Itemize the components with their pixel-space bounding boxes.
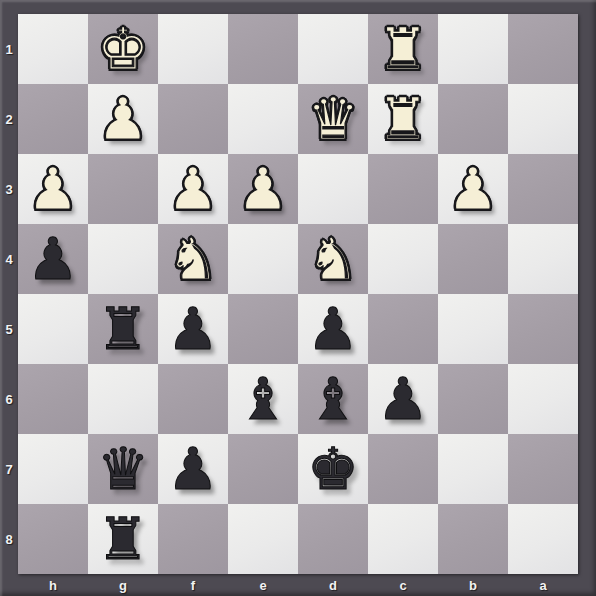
- square-c5[interactable]: [368, 294, 438, 364]
- square-h3[interactable]: ♟: [18, 154, 88, 224]
- rank-label-1: 1: [0, 14, 18, 84]
- white-king-g1[interactable]: ♚: [97, 14, 149, 84]
- square-b6[interactable]: [438, 364, 508, 434]
- square-e8[interactable]: [228, 504, 298, 574]
- white-pawn-b3[interactable]: ♟: [447, 154, 499, 224]
- file-label-g: g: [88, 574, 158, 596]
- white-pawn-g2[interactable]: ♟: [97, 84, 149, 154]
- board-grid: ♚♜♟♛♜♟♟♟♟♟♞♞♜♟♟♝♝♟♛♟♚♜: [18, 14, 578, 574]
- square-f3[interactable]: ♟: [158, 154, 228, 224]
- square-h6[interactable]: [18, 364, 88, 434]
- square-a6[interactable]: [508, 364, 578, 434]
- black-rook-g8[interactable]: ♜: [97, 504, 149, 574]
- square-b8[interactable]: [438, 504, 508, 574]
- square-e7[interactable]: [228, 434, 298, 504]
- square-h5[interactable]: [18, 294, 88, 364]
- square-h1[interactable]: [18, 14, 88, 84]
- file-label-h: h: [18, 574, 88, 596]
- square-h4[interactable]: ♟: [18, 224, 88, 294]
- square-d3[interactable]: [298, 154, 368, 224]
- square-b4[interactable]: [438, 224, 508, 294]
- square-e5[interactable]: [228, 294, 298, 364]
- square-f1[interactable]: [158, 14, 228, 84]
- rank-label-2: 2: [0, 84, 18, 154]
- square-g7[interactable]: ♛: [88, 434, 158, 504]
- square-f6[interactable]: [158, 364, 228, 434]
- black-pawn-c6[interactable]: ♟: [377, 364, 429, 434]
- file-label-e: e: [228, 574, 298, 596]
- square-a4[interactable]: [508, 224, 578, 294]
- square-a1[interactable]: [508, 14, 578, 84]
- square-g2[interactable]: ♟: [88, 84, 158, 154]
- square-b5[interactable]: [438, 294, 508, 364]
- file-labels: hgfedcba: [18, 574, 578, 596]
- square-d8[interactable]: [298, 504, 368, 574]
- square-e6[interactable]: ♝: [228, 364, 298, 434]
- square-d2[interactable]: ♛: [298, 84, 368, 154]
- square-g6[interactable]: [88, 364, 158, 434]
- square-g5[interactable]: ♜: [88, 294, 158, 364]
- square-d5[interactable]: ♟: [298, 294, 368, 364]
- square-f5[interactable]: ♟: [158, 294, 228, 364]
- white-knight-f4[interactable]: ♞: [167, 224, 219, 294]
- square-c8[interactable]: [368, 504, 438, 574]
- black-rook-g5[interactable]: ♜: [97, 294, 149, 364]
- file-label-a: a: [508, 574, 578, 596]
- square-d7[interactable]: ♚: [298, 434, 368, 504]
- square-c3[interactable]: [368, 154, 438, 224]
- rank-label-6: 6: [0, 364, 18, 434]
- square-h8[interactable]: [18, 504, 88, 574]
- white-pawn-e3[interactable]: ♟: [237, 154, 289, 224]
- black-pawn-h4[interactable]: ♟: [27, 224, 79, 294]
- rank-label-8: 8: [0, 504, 18, 574]
- rank-labels: 12345678: [0, 14, 18, 574]
- square-c6[interactable]: ♟: [368, 364, 438, 434]
- square-f2[interactable]: [158, 84, 228, 154]
- rank-label-3: 3: [0, 154, 18, 224]
- white-queen-d2[interactable]: ♛: [307, 84, 359, 154]
- square-d6[interactable]: ♝: [298, 364, 368, 434]
- rank-label-7: 7: [0, 434, 18, 504]
- square-e4[interactable]: [228, 224, 298, 294]
- square-b7[interactable]: [438, 434, 508, 504]
- square-g1[interactable]: ♚: [88, 14, 158, 84]
- square-a7[interactable]: [508, 434, 578, 504]
- square-g8[interactable]: ♜: [88, 504, 158, 574]
- rank-label-4: 4: [0, 224, 18, 294]
- square-b2[interactable]: [438, 84, 508, 154]
- square-c2[interactable]: ♜: [368, 84, 438, 154]
- square-d1[interactable]: [298, 14, 368, 84]
- black-bishop-d6[interactable]: ♝: [307, 364, 359, 434]
- file-label-f: f: [158, 574, 228, 596]
- white-knight-d4[interactable]: ♞: [307, 224, 359, 294]
- black-bishop-e6[interactable]: ♝: [237, 364, 289, 434]
- square-c4[interactable]: [368, 224, 438, 294]
- white-rook-c1[interactable]: ♜: [377, 14, 429, 84]
- square-f8[interactable]: [158, 504, 228, 574]
- black-queen-g7[interactable]: ♛: [97, 434, 149, 504]
- file-label-b: b: [438, 574, 508, 596]
- square-c1[interactable]: ♜: [368, 14, 438, 84]
- black-pawn-f5[interactable]: ♟: [167, 294, 219, 364]
- square-a8[interactable]: [508, 504, 578, 574]
- square-g3[interactable]: [88, 154, 158, 224]
- white-pawn-h3[interactable]: ♟: [27, 154, 79, 224]
- black-pawn-d5[interactable]: ♟: [307, 294, 359, 364]
- black-pawn-f7[interactable]: ♟: [167, 434, 219, 504]
- square-f4[interactable]: ♞: [158, 224, 228, 294]
- square-a3[interactable]: [508, 154, 578, 224]
- black-king-d7[interactable]: ♚: [307, 434, 359, 504]
- chess-board-frame: 12345678 hgfedcba ♚♜♟♛♜♟♟♟♟♟♞♞♜♟♟♝♝♟♛♟♚♜: [0, 0, 596, 596]
- square-a5[interactable]: [508, 294, 578, 364]
- square-e3[interactable]: ♟: [228, 154, 298, 224]
- white-rook-c2[interactable]: ♜: [377, 84, 429, 154]
- square-h7[interactable]: [18, 434, 88, 504]
- square-e2[interactable]: [228, 84, 298, 154]
- file-label-d: d: [298, 574, 368, 596]
- rank-label-5: 5: [0, 294, 18, 364]
- white-pawn-f3[interactable]: ♟: [167, 154, 219, 224]
- square-f7[interactable]: ♟: [158, 434, 228, 504]
- square-h2[interactable]: [18, 84, 88, 154]
- square-d4[interactable]: ♞: [298, 224, 368, 294]
- square-e1[interactable]: [228, 14, 298, 84]
- file-label-c: c: [368, 574, 438, 596]
- square-c7[interactable]: [368, 434, 438, 504]
- square-g4[interactable]: [88, 224, 158, 294]
- square-b1[interactable]: [438, 14, 508, 84]
- square-b3[interactable]: ♟: [438, 154, 508, 224]
- square-a2[interactable]: [508, 84, 578, 154]
